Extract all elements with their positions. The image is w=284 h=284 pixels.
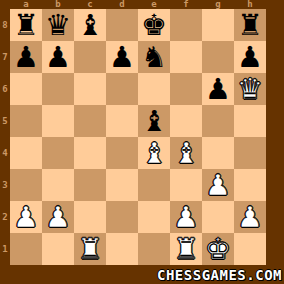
- square-d5[interactable]: [106, 105, 138, 137]
- square-e1[interactable]: [138, 233, 170, 265]
- rank-label-6: 6: [0, 73, 10, 105]
- square-e4[interactable]: ♝: [138, 137, 170, 169]
- black-bishop[interactable]: ♝: [74, 9, 106, 41]
- chess-diagram: abcdefgh 87654321 ♜♛♝♚♜♟♟♟♞♟♟♛♝♝♝♟♟♟♟♟♜♜…: [0, 0, 284, 284]
- square-c2[interactable]: [74, 201, 106, 233]
- file-label-c: c: [74, 0, 106, 9]
- white-pawn[interactable]: ♟: [42, 201, 74, 233]
- black-rook[interactable]: ♜: [10, 9, 42, 41]
- square-b6[interactable]: [42, 73, 74, 105]
- file-label-f: f: [170, 0, 202, 9]
- square-b7[interactable]: ♟: [42, 41, 74, 73]
- file-labels: abcdefgh: [10, 0, 266, 9]
- white-king[interactable]: ♚: [202, 233, 234, 265]
- square-c7[interactable]: [74, 41, 106, 73]
- square-a3[interactable]: [10, 169, 42, 201]
- square-b5[interactable]: [42, 105, 74, 137]
- rank-label-7: 7: [0, 41, 10, 73]
- rank-label-4: 4: [0, 137, 10, 169]
- square-g8[interactable]: [202, 9, 234, 41]
- square-f7[interactable]: [170, 41, 202, 73]
- black-king[interactable]: ♚: [138, 9, 170, 41]
- white-pawn[interactable]: ♟: [234, 201, 266, 233]
- black-bishop[interactable]: ♝: [138, 105, 170, 137]
- square-c4[interactable]: [74, 137, 106, 169]
- square-d7[interactable]: ♟: [106, 41, 138, 73]
- black-pawn[interactable]: ♟: [106, 41, 138, 73]
- square-e2[interactable]: [138, 201, 170, 233]
- square-g3[interactable]: ♟: [202, 169, 234, 201]
- watermark-chessgames: CHESSGAMES.COM: [157, 267, 282, 283]
- square-g2[interactable]: [202, 201, 234, 233]
- rank-label-3: 3: [0, 169, 10, 201]
- square-f3[interactable]: [170, 169, 202, 201]
- square-g4[interactable]: [202, 137, 234, 169]
- square-f4[interactable]: ♝: [170, 137, 202, 169]
- square-e6[interactable]: [138, 73, 170, 105]
- square-h4[interactable]: [234, 137, 266, 169]
- square-a8[interactable]: ♜: [10, 9, 42, 41]
- square-b8[interactable]: ♛: [42, 9, 74, 41]
- square-h1[interactable]: [234, 233, 266, 265]
- white-pawn[interactable]: ♟: [170, 201, 202, 233]
- bottom-bar: CHESSGAMES.COM: [0, 265, 284, 284]
- square-e5[interactable]: ♝: [138, 105, 170, 137]
- chess-board: ♜♛♝♚♜♟♟♟♞♟♟♛♝♝♝♟♟♟♟♟♜♜♚: [10, 9, 266, 265]
- black-rook[interactable]: ♜: [234, 9, 266, 41]
- rank-label-1: 1: [0, 233, 10, 265]
- file-label-a: a: [10, 0, 42, 9]
- square-h8[interactable]: ♜: [234, 9, 266, 41]
- square-a5[interactable]: [10, 105, 42, 137]
- square-e8[interactable]: ♚: [138, 9, 170, 41]
- square-d3[interactable]: [106, 169, 138, 201]
- square-e7[interactable]: ♞: [138, 41, 170, 73]
- square-a7[interactable]: ♟: [10, 41, 42, 73]
- rank-label-2: 2: [0, 201, 10, 233]
- white-queen[interactable]: ♛: [234, 73, 266, 105]
- square-c1[interactable]: ♜: [74, 233, 106, 265]
- square-c8[interactable]: ♝: [74, 9, 106, 41]
- square-f8[interactable]: [170, 9, 202, 41]
- square-d4[interactable]: [106, 137, 138, 169]
- file-label-e: e: [138, 0, 170, 9]
- square-b4[interactable]: [42, 137, 74, 169]
- black-pawn[interactable]: ♟: [10, 41, 42, 73]
- white-pawn[interactable]: ♟: [10, 201, 42, 233]
- square-a6[interactable]: [10, 73, 42, 105]
- square-f2[interactable]: ♟: [170, 201, 202, 233]
- square-h2[interactable]: ♟: [234, 201, 266, 233]
- white-bishop[interactable]: ♝: [138, 137, 170, 169]
- square-a2[interactable]: ♟: [10, 201, 42, 233]
- square-a1[interactable]: [10, 233, 42, 265]
- black-queen[interactable]: ♛: [42, 9, 74, 41]
- square-b1[interactable]: [42, 233, 74, 265]
- square-h6[interactable]: ♛: [234, 73, 266, 105]
- square-h7[interactable]: ♟: [234, 41, 266, 73]
- white-bishop[interactable]: ♝: [170, 137, 202, 169]
- square-h5[interactable]: [234, 105, 266, 137]
- file-label-h: h: [234, 0, 266, 9]
- file-label-d: d: [106, 0, 138, 9]
- square-g5[interactable]: [202, 105, 234, 137]
- square-d1[interactable]: [106, 233, 138, 265]
- square-h3[interactable]: [234, 169, 266, 201]
- square-d8[interactable]: [106, 9, 138, 41]
- square-b2[interactable]: ♟: [42, 201, 74, 233]
- square-g6[interactable]: ♟: [202, 73, 234, 105]
- square-g7[interactable]: [202, 41, 234, 73]
- square-f1[interactable]: ♜: [170, 233, 202, 265]
- file-label-g: g: [202, 0, 234, 9]
- square-c6[interactable]: [74, 73, 106, 105]
- black-pawn[interactable]: ♟: [42, 41, 74, 73]
- rank-label-8: 8: [0, 9, 10, 41]
- square-f6[interactable]: [170, 73, 202, 105]
- square-d6[interactable]: [106, 73, 138, 105]
- white-pawn[interactable]: ♟: [202, 169, 234, 201]
- black-knight[interactable]: ♞: [138, 41, 170, 73]
- white-rook[interactable]: ♜: [74, 233, 106, 265]
- rank-label-5: 5: [0, 105, 10, 137]
- square-a4[interactable]: [10, 137, 42, 169]
- square-g1[interactable]: ♚: [202, 233, 234, 265]
- square-d2[interactable]: [106, 201, 138, 233]
- square-e3[interactable]: [138, 169, 170, 201]
- square-c5[interactable]: [74, 105, 106, 137]
- file-label-b: b: [42, 0, 74, 9]
- square-f5[interactable]: [170, 105, 202, 137]
- square-b3[interactable]: [42, 169, 74, 201]
- black-pawn[interactable]: ♟: [234, 41, 266, 73]
- black-pawn[interactable]: ♟: [202, 73, 234, 105]
- white-rook[interactable]: ♜: [170, 233, 202, 265]
- square-c3[interactable]: [74, 169, 106, 201]
- rank-labels: 87654321: [0, 9, 10, 265]
